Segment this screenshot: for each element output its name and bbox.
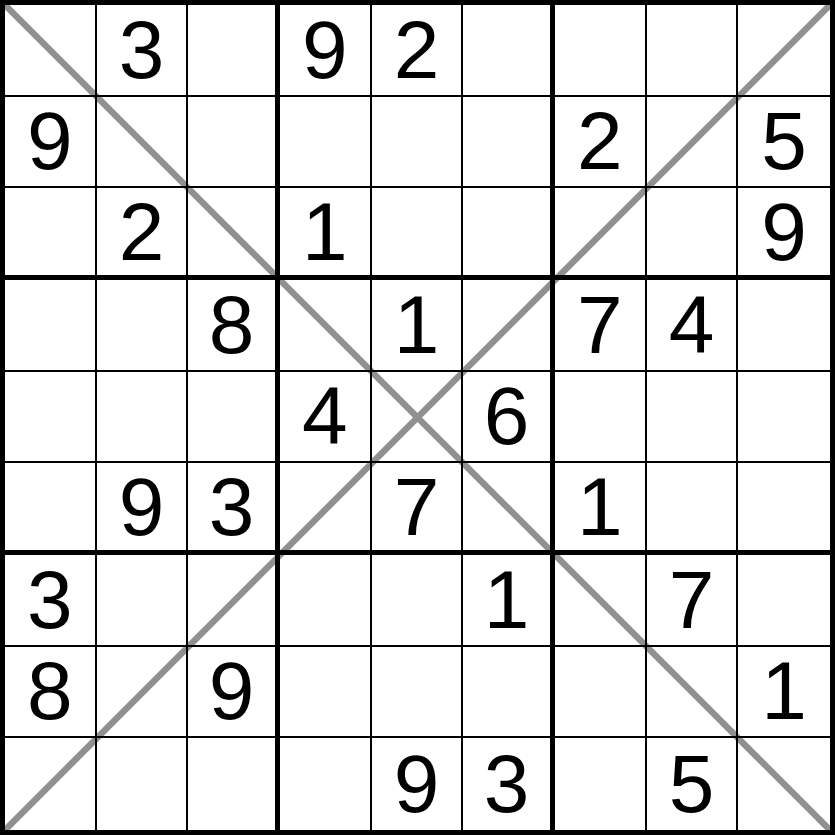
cell-r8c4[interactable] (280, 647, 372, 739)
cell-r2c9[interactable]: 5 (738, 97, 830, 189)
cell-r8c6[interactable] (463, 647, 555, 739)
cell-r1c8[interactable] (647, 5, 739, 97)
cell-r2c4[interactable] (280, 97, 372, 189)
cell-r4c6[interactable] (463, 280, 555, 372)
cell-r7c9[interactable] (738, 555, 830, 647)
cell-r3c1[interactable] (5, 188, 97, 280)
cell-r7c8[interactable]: 7 (647, 555, 739, 647)
cell-r4c3[interactable]: 8 (188, 280, 280, 372)
cell-r5c9[interactable] (738, 372, 830, 464)
cell-r1c6[interactable] (463, 5, 555, 97)
cell-r9c7[interactable] (555, 738, 647, 830)
cell-r9c8[interactable]: 5 (647, 738, 739, 830)
cell-r2c1[interactable]: 9 (5, 97, 97, 189)
cell-r7c5[interactable] (372, 555, 464, 647)
cell-r2c7[interactable]: 2 (555, 97, 647, 189)
cell-r9c2[interactable] (97, 738, 189, 830)
cell-r6c7[interactable]: 1 (555, 463, 647, 555)
cell-r9c9[interactable] (738, 738, 830, 830)
cell-r3c8[interactable] (647, 188, 739, 280)
cell-r4c8[interactable]: 4 (647, 280, 739, 372)
cell-r3c7[interactable] (555, 188, 647, 280)
cell-r1c4[interactable]: 9 (280, 5, 372, 97)
cell-r6c1[interactable] (5, 463, 97, 555)
cell-r8c5[interactable] (372, 647, 464, 739)
cell-r9c4[interactable] (280, 738, 372, 830)
cell-r8c2[interactable] (97, 647, 189, 739)
cell-r9c5[interactable]: 9 (372, 738, 464, 830)
cell-r5c7[interactable] (555, 372, 647, 464)
cell-r5c3[interactable] (188, 372, 280, 464)
cell-r1c3[interactable] (188, 5, 280, 97)
cell-r3c3[interactable] (188, 188, 280, 280)
cell-r4c1[interactable] (5, 280, 97, 372)
cell-r4c7[interactable]: 7 (555, 280, 647, 372)
cell-r5c8[interactable] (647, 372, 739, 464)
cell-r8c9[interactable]: 1 (738, 647, 830, 739)
cell-r6c8[interactable] (647, 463, 739, 555)
cell-r3c2[interactable]: 2 (97, 188, 189, 280)
cell-r1c7[interactable] (555, 5, 647, 97)
cell-r5c6[interactable]: 6 (463, 372, 555, 464)
cell-r4c2[interactable] (97, 280, 189, 372)
cell-r4c4[interactable] (280, 280, 372, 372)
cell-r5c2[interactable] (97, 372, 189, 464)
cell-r6c9[interactable] (738, 463, 830, 555)
cell-r1c9[interactable] (738, 5, 830, 97)
cell-r9c1[interactable] (5, 738, 97, 830)
cell-r3c6[interactable] (463, 188, 555, 280)
cell-r6c4[interactable] (280, 463, 372, 555)
cell-r5c4[interactable]: 4 (280, 372, 372, 464)
cell-r7c2[interactable] (97, 555, 189, 647)
cell-r1c1[interactable] (5, 5, 97, 97)
cell-r5c1[interactable] (5, 372, 97, 464)
cell-r7c6[interactable]: 1 (463, 555, 555, 647)
cell-r8c1[interactable]: 8 (5, 647, 97, 739)
cell-r1c5[interactable]: 2 (372, 5, 464, 97)
cell-r5c5[interactable] (372, 372, 464, 464)
cell-r7c1[interactable]: 3 (5, 555, 97, 647)
cell-r6c2[interactable]: 9 (97, 463, 189, 555)
cell-r6c3[interactable]: 3 (188, 463, 280, 555)
sudoku-board: 3929252198174469371317891935 (0, 0, 835, 835)
cell-r8c3[interactable]: 9 (188, 647, 280, 739)
cell-r8c8[interactable] (647, 647, 739, 739)
cell-r2c5[interactable] (372, 97, 464, 189)
cell-r3c4[interactable]: 1 (280, 188, 372, 280)
cell-r4c5[interactable]: 1 (372, 280, 464, 372)
cell-r4c9[interactable] (738, 280, 830, 372)
cell-r2c6[interactable] (463, 97, 555, 189)
cell-r6c5[interactable]: 7 (372, 463, 464, 555)
cell-r6c6[interactable] (463, 463, 555, 555)
cell-r9c6[interactable]: 3 (463, 738, 555, 830)
cell-r7c3[interactable] (188, 555, 280, 647)
cell-r9c3[interactable] (188, 738, 280, 830)
cell-r8c7[interactable] (555, 647, 647, 739)
cell-r7c4[interactable] (280, 555, 372, 647)
cell-r2c2[interactable] (97, 97, 189, 189)
cell-r3c5[interactable] (372, 188, 464, 280)
sudoku-grid: 3929252198174469371317891935 (5, 5, 830, 830)
cell-r2c3[interactable] (188, 97, 280, 189)
cell-r2c8[interactable] (647, 97, 739, 189)
cell-r1c2[interactable]: 3 (97, 5, 189, 97)
cell-r3c9[interactable]: 9 (738, 188, 830, 280)
cell-r7c7[interactable] (555, 555, 647, 647)
